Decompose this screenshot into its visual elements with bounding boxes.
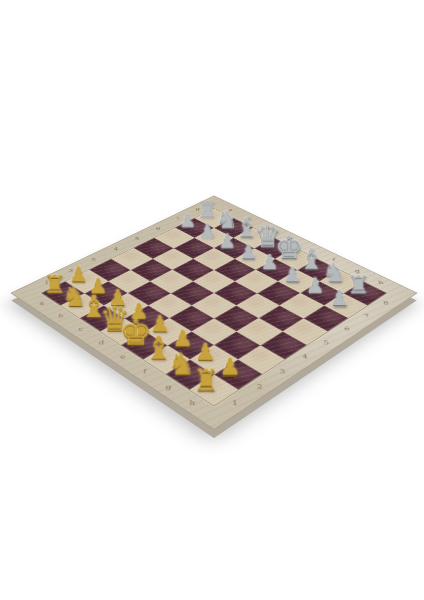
rank-label-5-far-text: 5 (135, 237, 140, 241)
rank-label-6-far-text: 6 (156, 227, 161, 231)
file-label-f-near-text: f (143, 369, 147, 375)
product-photo: aabbccddeeffgghh1122334455667788 ♜♞♝♛♚♝♞… (0, 0, 424, 600)
chess-board: aabbccddeeffgghh1122334455667788 ♜♞♝♛♚♝♞… (10, 196, 417, 430)
rank-label-8-near-text: 8 (383, 301, 389, 306)
pieces-layer: ♜♞♝♛♚♝♞♜♟♟♟♟♟♟♟♟♟♟♟♟♟♟♟♟♜♞♝♛♚♝♞♜ (41, 209, 386, 406)
rank-label-1-near-text: 1 (233, 400, 239, 406)
rank-label-3-far-text: 3 (91, 258, 97, 262)
gold-rook-h1: ♜ (180, 366, 231, 395)
rank-label-6-near-text: 6 (344, 327, 350, 332)
rank-label-4-near-text: 4 (302, 355, 308, 360)
file-label-a-near-text: a (39, 301, 45, 306)
rank-label-7-near-text: 7 (364, 314, 370, 319)
rank-label-6-near: 6 (328, 318, 366, 341)
rank-label-4-far-text: 4 (113, 247, 118, 251)
file-label-b-near-text: b (58, 314, 64, 319)
file-label-h-near-text: h (189, 400, 195, 406)
piece-anchor-h7: ♟ (324, 293, 368, 318)
file-label-c-near-text: c (78, 327, 84, 332)
rank-label-5-near-text: 5 (323, 340, 329, 345)
rank-label-2-near-text: 2 (257, 384, 263, 390)
file-label-g-near-text: g (165, 384, 171, 390)
rank-label-3-near-text: 3 (280, 369, 286, 375)
silver-pawn-h7: ♟ (317, 288, 362, 310)
file-label-e-near-text: e (120, 355, 126, 360)
file-label-d-near-text: d (98, 340, 104, 345)
